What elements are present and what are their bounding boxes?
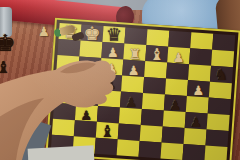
square-b5[interactable]: [77, 72, 100, 89]
square-h7[interactable]: [211, 50, 234, 67]
square-h4[interactable]: [208, 98, 231, 115]
square-a3[interactable]: [53, 103, 76, 120]
square-b6[interactable]: [78, 56, 101, 73]
square-g8[interactable]: [190, 32, 213, 49]
table-light-edge: [28, 145, 95, 160]
square-d8[interactable]: [124, 28, 147, 45]
piece-bP-c5[interactable]: ♟: [105, 78, 117, 91]
piece-bB-c2[interactable]: ♝: [100, 124, 114, 140]
square-g6[interactable]: [188, 64, 211, 81]
square-f5[interactable]: [165, 79, 188, 96]
piece-wP-c7[interactable]: ♟: [107, 46, 119, 59]
square-h3[interactable]: [207, 114, 230, 131]
square-f1[interactable]: [160, 142, 183, 159]
square-e1[interactable]: [139, 141, 162, 158]
square-d3[interactable]: [119, 107, 142, 124]
square-g4[interactable]: [186, 96, 209, 113]
square-h1[interactable]: [204, 145, 227, 160]
square-d1[interactable]: [117, 139, 140, 156]
piece-bN-h6[interactable]: ♞: [215, 68, 228, 83]
captured-piece-bP[interactable]: ♟: [0, 90, 10, 105]
piece-bP-d4[interactable]: ♟: [125, 96, 137, 109]
square-e5[interactable]: [143, 77, 166, 94]
square-a5[interactable]: [55, 71, 78, 88]
square-d5[interactable]: [121, 76, 144, 93]
square-f8[interactable]: [168, 31, 191, 48]
piece-wP-d6[interactable]: ♟: [128, 64, 140, 77]
square-e4[interactable]: [142, 93, 165, 110]
square-h2[interactable]: [205, 130, 228, 147]
captured-piece-bK[interactable]: ♚: [0, 32, 16, 55]
square-e2[interactable]: [140, 125, 163, 142]
square-g2[interactable]: [184, 128, 207, 145]
chess-photo-scene: ♛♚♛♟♜♝♟♟♟♞♟♟♜♟♟♟♟♝ ♚♝♟♟: [0, 0, 240, 160]
square-g7[interactable]: [189, 48, 212, 65]
piece-bP-f4[interactable]: ♟: [169, 99, 181, 112]
piece-wP-g5[interactable]: ♟: [192, 84, 204, 97]
square-f3[interactable]: [163, 110, 186, 127]
piece-bQ-c8[interactable]: ♛: [106, 26, 122, 44]
piece-bR-b4[interactable]: ♜: [81, 92, 94, 106]
piece-bP-g3[interactable]: ♟: [190, 116, 202, 129]
square-c4[interactable]: [98, 90, 121, 107]
square-a4[interactable]: [54, 87, 77, 104]
square-e3[interactable]: [141, 109, 164, 126]
square-b2[interactable]: [74, 120, 97, 137]
square-h5[interactable]: [209, 82, 232, 99]
board-grid: [51, 23, 236, 160]
piece-wB-e7[interactable]: ♝: [150, 47, 164, 63]
square-d2[interactable]: [118, 123, 141, 140]
piece-wP-c6[interactable]: ♟: [106, 62, 118, 75]
piece-wR-d7[interactable]: ♜: [128, 47, 141, 61]
square-a6[interactable]: [56, 55, 79, 72]
piece-wK-b8[interactable]: ♚: [84, 24, 101, 43]
piece-bP-b3[interactable]: ♟: [80, 109, 92, 122]
captured-piece-bB[interactable]: ♝: [0, 60, 10, 76]
square-g1[interactable]: [182, 144, 205, 160]
square-a2[interactable]: [52, 119, 75, 136]
square-f2[interactable]: [162, 126, 185, 143]
captured-piece-wP[interactable]: ♟: [38, 25, 50, 38]
square-h8[interactable]: [212, 34, 235, 51]
piece-wP-f7[interactable]: ♟: [173, 51, 185, 64]
square-f6[interactable]: [166, 63, 189, 80]
